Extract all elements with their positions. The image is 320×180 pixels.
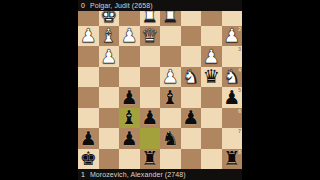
black-king: ♚ bbox=[78, 149, 99, 170]
square-e6[interactable]: ♟ bbox=[140, 108, 161, 129]
black-bishop: ♝ bbox=[160, 87, 181, 108]
square-d3[interactable] bbox=[160, 46, 181, 67]
square-e3[interactable] bbox=[140, 46, 161, 67]
square-c5[interactable] bbox=[181, 87, 202, 108]
square-c7[interactable] bbox=[181, 128, 202, 149]
white-pawn: ♟ bbox=[201, 46, 222, 67]
square-g6[interactable] bbox=[99, 108, 120, 129]
white-queen: ♛ bbox=[140, 26, 161, 47]
coord-rank-4: 4 bbox=[238, 67, 241, 73]
square-e4[interactable] bbox=[140, 67, 161, 88]
square-g5[interactable] bbox=[99, 87, 120, 108]
square-h4[interactable] bbox=[78, 67, 99, 88]
top-player-name: Polgar, Judit (2658) bbox=[90, 0, 153, 11]
square-a5[interactable]: ♟5 bbox=[222, 87, 243, 108]
square-g7[interactable] bbox=[99, 128, 120, 149]
square-c4[interactable]: ♞ bbox=[181, 67, 202, 88]
square-d7[interactable]: ♞ bbox=[160, 128, 181, 149]
square-h7[interactable]: ♟ bbox=[78, 128, 99, 149]
app-background: 0 Polgar, Judit (2658) ♚♜♜1♟♝♟♛♟2♟♟3♟♞♛♞… bbox=[0, 0, 320, 180]
square-d4[interactable]: ♟ bbox=[160, 67, 181, 88]
square-a6[interactable]: 6 bbox=[222, 108, 243, 129]
white-bishop: ♝ bbox=[99, 26, 120, 47]
square-a7[interactable]: 7 bbox=[222, 128, 243, 149]
white-pawn: ♟ bbox=[78, 26, 99, 47]
square-f3[interactable] bbox=[119, 46, 140, 67]
coord-rank-8: 8 bbox=[238, 149, 241, 155]
white-knight: ♞ bbox=[181, 67, 202, 88]
square-e8[interactable]: ♜ bbox=[140, 149, 161, 170]
square-f4[interactable] bbox=[119, 67, 140, 88]
coord-rank-7: 7 bbox=[238, 128, 241, 134]
square-c3[interactable] bbox=[181, 46, 202, 67]
square-a3[interactable]: 3 bbox=[222, 46, 243, 67]
square-e2[interactable]: ♛ bbox=[140, 26, 161, 47]
coord-rank-3: 3 bbox=[238, 46, 241, 52]
black-bishop: ♝ bbox=[119, 108, 140, 129]
square-b8[interactable] bbox=[201, 149, 222, 170]
chess-board[interactable]: ♚♜♜1♟♝♟♛♟2♟♟3♟♞♛♞4♟♝♟5♝♟♟6♟♟♞7♚♜♜8 bbox=[78, 5, 242, 169]
square-a4[interactable]: ♞4 bbox=[222, 67, 243, 88]
square-d8[interactable] bbox=[160, 149, 181, 170]
square-h6[interactable] bbox=[78, 108, 99, 129]
square-e7[interactable] bbox=[140, 128, 161, 149]
square-a8[interactable]: ♜8 bbox=[222, 149, 243, 170]
square-g4[interactable] bbox=[99, 67, 120, 88]
square-g8[interactable] bbox=[99, 149, 120, 170]
square-f6[interactable]: ♝ bbox=[119, 108, 140, 129]
square-b7[interactable] bbox=[201, 128, 222, 149]
square-d5[interactable]: ♝ bbox=[160, 87, 181, 108]
square-g2[interactable]: ♝ bbox=[99, 26, 120, 47]
black-pawn: ♟ bbox=[181, 108, 202, 129]
bottom-player-bar: 1 Morozevich, Alexander (2748) bbox=[78, 169, 242, 180]
square-c8[interactable] bbox=[181, 149, 202, 170]
square-b3[interactable]: ♟ bbox=[201, 46, 222, 67]
black-queen: ♛ bbox=[201, 67, 222, 88]
square-g3[interactable]: ♟ bbox=[99, 46, 120, 67]
square-f8[interactable] bbox=[119, 149, 140, 170]
white-pawn: ♟ bbox=[222, 26, 243, 47]
square-h3[interactable] bbox=[78, 46, 99, 67]
square-d6[interactable] bbox=[160, 108, 181, 129]
white-pawn: ♟ bbox=[99, 46, 120, 67]
black-pawn: ♟ bbox=[119, 128, 140, 149]
square-h2[interactable]: ♟ bbox=[78, 26, 99, 47]
square-h5[interactable] bbox=[78, 87, 99, 108]
top-player-bar: 0 Polgar, Judit (2658) bbox=[78, 0, 242, 11]
white-knight: ♞ bbox=[222, 67, 243, 88]
square-f2[interactable]: ♟ bbox=[119, 26, 140, 47]
black-pawn: ♟ bbox=[78, 128, 99, 149]
square-d2[interactable] bbox=[160, 26, 181, 47]
black-pawn: ♟ bbox=[119, 87, 140, 108]
black-rook: ♜ bbox=[222, 149, 243, 170]
coord-rank-6: 6 bbox=[238, 108, 241, 114]
square-b5[interactable] bbox=[201, 87, 222, 108]
square-c2[interactable] bbox=[181, 26, 202, 47]
square-b4[interactable]: ♛ bbox=[201, 67, 222, 88]
bottom-player-name: Morozevich, Alexander (2748) bbox=[90, 169, 186, 180]
square-e5[interactable] bbox=[140, 87, 161, 108]
coord-rank-2: 2 bbox=[238, 26, 241, 32]
white-pawn: ♟ bbox=[160, 67, 181, 88]
square-f5[interactable]: ♟ bbox=[119, 87, 140, 108]
black-pawn: ♟ bbox=[140, 108, 161, 129]
square-f7[interactable]: ♟ bbox=[119, 128, 140, 149]
bottom-player-score: 1 bbox=[81, 169, 85, 180]
black-knight: ♞ bbox=[160, 128, 181, 149]
black-rook: ♜ bbox=[140, 149, 161, 170]
black-pawn: ♟ bbox=[222, 87, 243, 108]
square-c6[interactable]: ♟ bbox=[181, 108, 202, 129]
square-a2[interactable]: ♟2 bbox=[222, 26, 243, 47]
square-b6[interactable] bbox=[201, 108, 222, 129]
coord-rank-5: 5 bbox=[238, 87, 241, 93]
square-b2[interactable] bbox=[201, 26, 222, 47]
white-pawn: ♟ bbox=[119, 26, 140, 47]
square-h8[interactable]: ♚ bbox=[78, 149, 99, 170]
top-player-score: 0 bbox=[81, 0, 85, 11]
